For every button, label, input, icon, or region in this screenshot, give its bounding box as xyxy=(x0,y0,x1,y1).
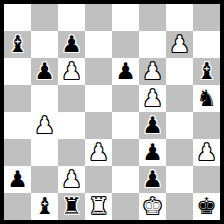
square-c5[interactable] xyxy=(58,85,85,112)
piece-black-bishop: ♝ xyxy=(196,58,217,85)
square-b1[interactable]: ♝ xyxy=(31,193,58,220)
square-g2[interactable] xyxy=(166,166,193,193)
square-h5[interactable]: ♞ xyxy=(193,85,220,112)
square-f6[interactable]: ♟ xyxy=(139,58,166,85)
square-d1[interactable]: ♜ xyxy=(85,193,112,220)
square-f2[interactable]: ♟ xyxy=(139,166,166,193)
square-h6[interactable]: ♝ xyxy=(193,58,220,85)
square-a6[interactable] xyxy=(4,58,31,85)
piece-white-pawn: ♟ xyxy=(61,58,82,85)
piece-black-knight: ♞ xyxy=(196,85,217,112)
piece-black-king: ♚ xyxy=(196,193,217,220)
square-c1[interactable]: ♜ xyxy=(58,193,85,220)
piece-black-pawn: ♟ xyxy=(142,139,163,166)
square-f5[interactable]: ♟ xyxy=(139,85,166,112)
square-d3[interactable]: ♟ xyxy=(85,139,112,166)
square-e3[interactable] xyxy=(112,139,139,166)
square-g4[interactable] xyxy=(166,112,193,139)
piece-black-pawn: ♟ xyxy=(142,166,163,193)
piece-white-pawn: ♟ xyxy=(196,139,217,166)
piece-white-pawn: ♟ xyxy=(142,58,163,85)
piece-white-rook: ♜ xyxy=(88,193,109,220)
piece-black-pawn: ♟ xyxy=(7,166,28,193)
square-g8[interactable] xyxy=(166,4,193,31)
piece-white-pawn: ♟ xyxy=(169,31,190,58)
square-b2[interactable] xyxy=(31,166,58,193)
square-e4[interactable] xyxy=(112,112,139,139)
square-e7[interactable] xyxy=(112,31,139,58)
square-h3[interactable]: ♟ xyxy=(193,139,220,166)
piece-black-bishop: ♝ xyxy=(34,193,55,220)
square-g6[interactable] xyxy=(166,58,193,85)
piece-black-rook: ♜ xyxy=(61,193,82,220)
square-g7[interactable]: ♟ xyxy=(166,31,193,58)
square-g5[interactable] xyxy=(166,85,193,112)
piece-black-pawn: ♟ xyxy=(115,58,136,85)
square-c2[interactable]: ♟ xyxy=(58,166,85,193)
piece-white-pawn: ♟ xyxy=(61,166,82,193)
piece-white-pawn: ♟ xyxy=(142,85,163,112)
square-g1[interactable] xyxy=(166,193,193,220)
square-e8[interactable] xyxy=(112,4,139,31)
square-d6[interactable] xyxy=(85,58,112,85)
piece-white-pawn: ♟ xyxy=(34,112,55,139)
piece-black-pawn: ♟ xyxy=(61,31,82,58)
square-a1[interactable] xyxy=(4,193,31,220)
square-d8[interactable] xyxy=(85,4,112,31)
square-h7[interactable] xyxy=(193,31,220,58)
square-h4[interactable] xyxy=(193,112,220,139)
square-e5[interactable] xyxy=(112,85,139,112)
square-h2[interactable] xyxy=(193,166,220,193)
square-d2[interactable] xyxy=(85,166,112,193)
square-b3[interactable] xyxy=(31,139,58,166)
square-c8[interactable] xyxy=(58,4,85,31)
board-frame: ♝♟♟♟♟♟♟♝♟♞♟♟♟♟♟♟♟♟♝♜♜♚♚ xyxy=(0,0,224,224)
square-e1[interactable] xyxy=(112,193,139,220)
square-b8[interactable] xyxy=(31,4,58,31)
square-a8[interactable] xyxy=(4,4,31,31)
piece-black-pawn: ♟ xyxy=(34,58,55,85)
square-c7[interactable]: ♟ xyxy=(58,31,85,58)
square-a7[interactable]: ♝ xyxy=(4,31,31,58)
square-b5[interactable] xyxy=(31,85,58,112)
square-f1[interactable]: ♚ xyxy=(139,193,166,220)
square-a5[interactable] xyxy=(4,85,31,112)
piece-black-pawn: ♟ xyxy=(142,112,163,139)
square-a4[interactable] xyxy=(4,112,31,139)
square-b6[interactable]: ♟ xyxy=(31,58,58,85)
square-g3[interactable] xyxy=(166,139,193,166)
square-b7[interactable] xyxy=(31,31,58,58)
square-f4[interactable]: ♟ xyxy=(139,112,166,139)
square-d7[interactable] xyxy=(85,31,112,58)
square-e2[interactable] xyxy=(112,166,139,193)
square-c3[interactable] xyxy=(58,139,85,166)
square-a3[interactable] xyxy=(4,139,31,166)
square-f7[interactable] xyxy=(139,31,166,58)
piece-white-pawn: ♟ xyxy=(88,139,109,166)
square-a2[interactable]: ♟ xyxy=(4,166,31,193)
square-d4[interactable] xyxy=(85,112,112,139)
square-e6[interactable]: ♟ xyxy=(112,58,139,85)
square-d5[interactable] xyxy=(85,85,112,112)
square-c4[interactable] xyxy=(58,112,85,139)
square-c6[interactable]: ♟ xyxy=(58,58,85,85)
square-f8[interactable] xyxy=(139,4,166,31)
square-h8[interactable] xyxy=(193,4,220,31)
square-f3[interactable]: ♟ xyxy=(139,139,166,166)
piece-black-bishop: ♝ xyxy=(7,31,28,58)
chess-board: ♝♟♟♟♟♟♟♝♟♞♟♟♟♟♟♟♟♟♝♜♜♚♚ xyxy=(4,4,220,220)
square-h1[interactable]: ♚ xyxy=(193,193,220,220)
piece-white-king: ♚ xyxy=(142,193,163,220)
square-b4[interactable]: ♟ xyxy=(31,112,58,139)
